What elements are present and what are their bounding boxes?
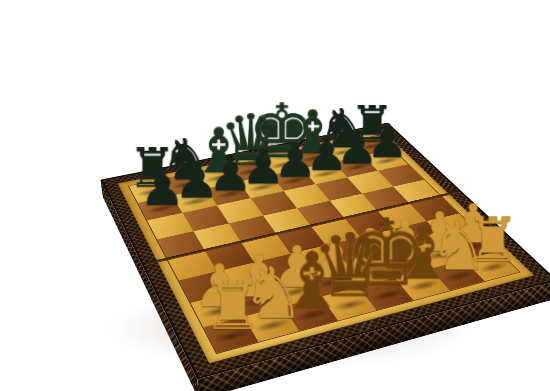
square-a1: ♜ [203, 316, 258, 352]
chess-set-photo: ♜♞♝♛♚♝♞♜♟♟♟♟♟♟♟♟♟♟♟♟♟♟♟♟♜♞♝♛♚♝♞♜ [0, 0, 550, 391]
piece-light-rook-a1: ♜ [202, 280, 263, 333]
square-a7: ♟ [138, 195, 183, 220]
piece-dark-pawn-a7: ♟ [139, 168, 184, 207]
